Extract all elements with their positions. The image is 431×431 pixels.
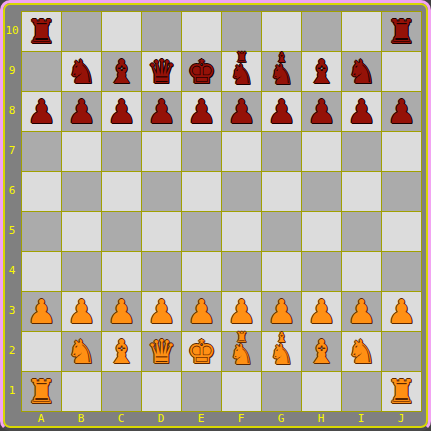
square-h4[interactable]	[302, 252, 341, 291]
piece-white-marshall[interactable]: ♜♞	[222, 332, 261, 371]
piece-white-pawn[interactable]: ♟	[107, 292, 137, 331]
rank-label-8: 8	[3, 91, 21, 131]
square-g6[interactable]	[262, 172, 301, 211]
square-b7[interactable]	[62, 132, 101, 171]
file-label-c: C	[101, 411, 141, 426]
rank-label-2: 2	[3, 331, 21, 371]
square-f1[interactable]	[222, 372, 261, 411]
square-b4[interactable]	[62, 252, 101, 291]
square-h6[interactable]	[302, 172, 341, 211]
board: ♜♜♞♝♛♚♜♞♝♞♝♞♟♟♟♟♟♟♟♟♟♟♟♟♟♟♟♟♟♟♟♟♞♝♛♚♜♞♝♞…	[21, 11, 422, 412]
piece-black-pawn[interactable]: ♟	[147, 92, 177, 131]
square-a10[interactable]: ♜	[22, 12, 61, 51]
square-c7[interactable]	[102, 132, 141, 171]
square-a7[interactable]	[22, 132, 61, 171]
square-i8[interactable]: ♟	[342, 92, 381, 131]
square-e2[interactable]: ♚	[182, 332, 221, 371]
square-h9[interactable]: ♝	[302, 52, 341, 91]
square-e6[interactable]	[182, 172, 221, 211]
square-a5[interactable]	[22, 212, 61, 251]
square-g4[interactable]	[262, 252, 301, 291]
square-j8[interactable]: ♟	[382, 92, 421, 131]
piece-black-pawn[interactable]: ♟	[347, 92, 377, 131]
square-c8[interactable]: ♟	[102, 92, 141, 131]
square-a4[interactable]	[22, 252, 61, 291]
square-g5[interactable]	[262, 212, 301, 251]
file-label-d: D	[141, 411, 181, 426]
square-b10[interactable]	[62, 12, 101, 51]
square-c1[interactable]	[102, 372, 141, 411]
rank-labels: 10987654321	[3, 11, 21, 411]
square-i3[interactable]: ♟	[342, 292, 381, 331]
square-d6[interactable]	[142, 172, 181, 211]
square-b1[interactable]	[62, 372, 101, 411]
square-g1[interactable]	[262, 372, 301, 411]
square-c9[interactable]: ♝	[102, 52, 141, 91]
piece-black-knight[interactable]: ♞	[347, 52, 377, 91]
rank-label-1: 1	[3, 371, 21, 411]
square-g10[interactable]	[262, 12, 301, 51]
square-j1[interactable]: ♜	[382, 372, 421, 411]
square-e9[interactable]: ♚	[182, 52, 221, 91]
square-j5[interactable]	[382, 212, 421, 251]
square-e8[interactable]: ♟	[182, 92, 221, 131]
piece-black-bishop[interactable]: ♝	[107, 52, 137, 91]
piece-white-pawn[interactable]: ♟	[307, 292, 337, 331]
piece-white-queen[interactable]: ♛	[147, 332, 177, 371]
square-i6[interactable]	[342, 172, 381, 211]
piece-black-rook[interactable]: ♜	[387, 12, 417, 51]
grand-chess-window: 10987654321 ABCDEFGHIJ ♜♜♞♝♛♚♜♞♝♞♝♞♟♟♟♟♟…	[0, 0, 431, 431]
square-b8[interactable]: ♟	[62, 92, 101, 131]
square-b9[interactable]: ♞	[62, 52, 101, 91]
square-e5[interactable]	[182, 212, 221, 251]
file-label-f: F	[221, 411, 261, 426]
square-d3[interactable]: ♟	[142, 292, 181, 331]
square-a1[interactable]: ♜	[22, 372, 61, 411]
square-c4[interactable]	[102, 252, 141, 291]
square-j3[interactable]: ♟	[382, 292, 421, 331]
square-d8[interactable]: ♟	[142, 92, 181, 131]
piece-white-bishop[interactable]: ♝	[107, 332, 137, 371]
square-c6[interactable]	[102, 172, 141, 211]
square-g8[interactable]: ♟	[262, 92, 301, 131]
square-f2[interactable]: ♜♞	[222, 332, 261, 371]
file-label-g: G	[261, 411, 301, 426]
rank-label-6: 6	[3, 171, 21, 211]
rank-label-3: 3	[3, 291, 21, 331]
file-label-b: B	[61, 411, 101, 426]
piece-white-knight[interactable]: ♞	[347, 332, 377, 371]
square-d2[interactable]: ♛	[142, 332, 181, 371]
piece-black-pawn[interactable]: ♟	[67, 92, 97, 131]
square-j7[interactable]	[382, 132, 421, 171]
square-d10[interactable]	[142, 12, 181, 51]
square-f8[interactable]: ♟	[222, 92, 261, 131]
square-j9[interactable]	[382, 52, 421, 91]
square-a9[interactable]	[22, 52, 61, 91]
piece-black-rook[interactable]: ♜	[27, 12, 57, 51]
square-i9[interactable]: ♞	[342, 52, 381, 91]
piece-white-pawn[interactable]: ♟	[27, 292, 57, 331]
piece-black-knight[interactable]: ♞	[67, 52, 97, 91]
piece-black-cardinal[interactable]: ♝♞	[262, 52, 301, 91]
piece-black-pawn[interactable]: ♟	[27, 92, 57, 131]
knight-body-glyph: ♞	[269, 59, 294, 91]
square-a6[interactable]	[22, 172, 61, 211]
square-d7[interactable]	[142, 132, 181, 171]
square-e1[interactable]	[182, 372, 221, 411]
square-j2[interactable]	[382, 332, 421, 371]
square-g7[interactable]	[262, 132, 301, 171]
square-f5[interactable]	[222, 212, 261, 251]
square-g9[interactable]: ♝♞	[262, 52, 301, 91]
square-f3[interactable]: ♟	[222, 292, 261, 331]
square-h8[interactable]: ♟	[302, 92, 341, 131]
square-f10[interactable]	[222, 12, 261, 51]
file-label-e: E	[181, 411, 221, 426]
piece-white-rook[interactable]: ♜	[387, 372, 417, 411]
piece-white-rook[interactable]: ♜	[27, 372, 57, 411]
rank-label-5: 5	[3, 211, 21, 251]
square-a8[interactable]: ♟	[22, 92, 61, 131]
square-i1[interactable]	[342, 372, 381, 411]
file-label-j: J	[381, 411, 421, 426]
square-c3[interactable]: ♟	[102, 292, 141, 331]
square-d1[interactable]	[142, 372, 181, 411]
rank-label-10: 10	[3, 11, 21, 51]
square-h1[interactable]	[302, 372, 341, 411]
square-h7[interactable]	[302, 132, 341, 171]
piece-white-bishop[interactable]: ♝	[307, 332, 337, 371]
square-h3[interactable]: ♟	[302, 292, 341, 331]
square-j6[interactable]	[382, 172, 421, 211]
square-h2[interactable]: ♝	[302, 332, 341, 371]
square-d5[interactable]	[142, 212, 181, 251]
square-a3[interactable]: ♟	[22, 292, 61, 331]
square-c2[interactable]: ♝	[102, 332, 141, 371]
piece-black-pawn[interactable]: ♟	[307, 92, 337, 131]
square-b6[interactable]	[62, 172, 101, 211]
square-i7[interactable]	[342, 132, 381, 171]
square-b3[interactable]: ♟	[62, 292, 101, 331]
piece-white-pawn[interactable]: ♟	[227, 292, 257, 331]
piece-white-pawn[interactable]: ♟	[267, 292, 297, 331]
piece-black-pawn[interactable]: ♟	[107, 92, 137, 131]
piece-black-pawn[interactable]: ♟	[267, 92, 297, 131]
square-f6[interactable]	[222, 172, 261, 211]
square-e10[interactable]	[182, 12, 221, 51]
piece-white-pawn[interactable]: ♟	[387, 292, 417, 331]
knight-body-glyph: ♞	[229, 339, 254, 371]
file-labels: ABCDEFGHIJ	[21, 411, 422, 426]
piece-white-knight[interactable]: ♞	[67, 332, 97, 371]
piece-black-marshall[interactable]: ♜♞	[222, 52, 261, 91]
square-j4[interactable]	[382, 252, 421, 291]
piece-white-cardinal[interactable]: ♝♞	[262, 332, 301, 371]
file-label-a: A	[21, 411, 61, 426]
rank-label-7: 7	[3, 131, 21, 171]
square-d9[interactable]: ♛	[142, 52, 181, 91]
knight-body-glyph: ♞	[229, 59, 254, 91]
square-e4[interactable]	[182, 252, 221, 291]
square-g2[interactable]: ♝♞	[262, 332, 301, 371]
piece-black-king[interactable]: ♚	[187, 52, 217, 91]
square-e7[interactable]	[182, 132, 221, 171]
piece-white-king[interactable]: ♚	[187, 332, 217, 371]
knight-body-glyph: ♞	[269, 339, 294, 371]
file-label-i: I	[341, 411, 381, 426]
square-i4[interactable]	[342, 252, 381, 291]
square-h10[interactable]	[302, 12, 341, 51]
piece-white-pawn[interactable]: ♟	[347, 292, 377, 331]
piece-white-pawn[interactable]: ♟	[187, 292, 217, 331]
square-d4[interactable]	[142, 252, 181, 291]
square-c10[interactable]	[102, 12, 141, 51]
file-label-h: H	[301, 411, 341, 426]
square-b2[interactable]: ♞	[62, 332, 101, 371]
square-i2[interactable]: ♞	[342, 332, 381, 371]
piece-black-pawn[interactable]: ♟	[187, 92, 217, 131]
square-f4[interactable]	[222, 252, 261, 291]
square-b5[interactable]	[62, 212, 101, 251]
square-f9[interactable]: ♜♞	[222, 52, 261, 91]
rank-label-4: 4	[3, 251, 21, 291]
square-c5[interactable]	[102, 212, 141, 251]
piece-white-pawn[interactable]: ♟	[147, 292, 177, 331]
square-g3[interactable]: ♟	[262, 292, 301, 331]
piece-black-pawn[interactable]: ♟	[387, 92, 417, 131]
square-i10[interactable]	[342, 12, 381, 51]
square-j10[interactable]: ♜	[382, 12, 421, 51]
piece-black-pawn[interactable]: ♟	[227, 92, 257, 131]
rank-label-9: 9	[3, 51, 21, 91]
piece-black-bishop[interactable]: ♝	[307, 52, 337, 91]
square-i5[interactable]	[342, 212, 381, 251]
square-h5[interactable]	[302, 212, 341, 251]
square-e3[interactable]: ♟	[182, 292, 221, 331]
piece-black-queen[interactable]: ♛	[147, 52, 177, 91]
piece-white-pawn[interactable]: ♟	[67, 292, 97, 331]
square-a2[interactable]	[22, 332, 61, 371]
square-f7[interactable]	[222, 132, 261, 171]
